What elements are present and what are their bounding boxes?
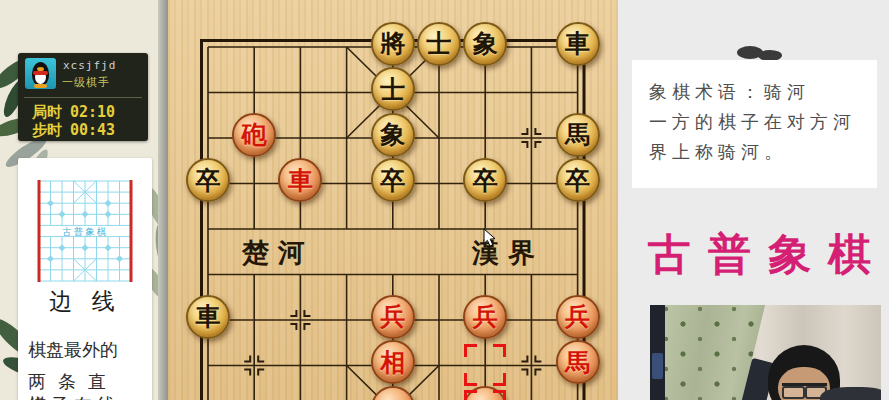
right-sidebar: 象棋术语：骑河 一方的棋子在对方河 界上称骑河。 古普象棋 <box>618 0 889 400</box>
piece-black-chariot[interactable]: 車 <box>556 22 600 66</box>
piece-black-soldier[interactable]: 卒 <box>556 158 600 202</box>
player-username: xcsjfjd <box>63 59 116 72</box>
mini-board-diagram: 古普象棋 <box>33 176 137 286</box>
term-definition-box: 象棋术语：骑河 一方的棋子在对方河 界上称骑河。 <box>632 60 877 188</box>
screenshot-root: xcsjfjd 一级棋手 局时 02:10 步时 00:43 <box>0 0 889 400</box>
piece-red-soldier[interactable]: 兵 <box>463 295 507 339</box>
piece-black-horse[interactable]: 馬 <box>556 113 600 157</box>
piece-black-soldier[interactable]: 卒 <box>463 158 507 202</box>
piece-glyph: 卒 <box>196 168 221 193</box>
game-timer-value: 02:10 <box>70 103 115 122</box>
player-rank: 一级棋手 <box>62 75 110 90</box>
piece-red-elephant[interactable]: 相 <box>371 340 415 384</box>
lesson-text-line: 棋子在线上 <box>28 393 142 400</box>
piece-black-elephant[interactable]: 象 <box>371 113 415 157</box>
piece-glyph: 卒 <box>473 168 498 193</box>
piece-black-soldier[interactable]: 卒 <box>371 158 415 202</box>
move-timer: 步时 00:43 <box>32 121 115 140</box>
piece-red-chariot[interactable]: 車 <box>278 158 322 202</box>
move-timer-label: 步时 <box>32 121 62 140</box>
piece-black-elephant[interactable]: 象 <box>463 22 507 66</box>
lesson-title: 边 线 <box>18 286 152 317</box>
piece-glyph: 車 <box>565 31 590 56</box>
game-timer: 局时 02:10 <box>32 103 115 122</box>
piece-black-advisor[interactable]: 士 <box>371 67 415 111</box>
piece-glyph: 相 <box>380 350 405 375</box>
last-move-marker <box>464 344 506 386</box>
piece-glyph: 馬 <box>565 350 590 375</box>
player-info-panel: xcsjfjd 一级棋手 局时 02:10 步时 00:43 <box>18 53 148 141</box>
piece-glyph: 士 <box>427 31 452 56</box>
piece-black-soldier[interactable]: 卒 <box>186 158 230 202</box>
piece-black-general[interactable]: 將 <box>371 22 415 66</box>
piece-glyph: 車 <box>196 304 221 329</box>
lesson-card: 古普象棋 边 线 棋盘最外的 两条直线 棋子在线上 <box>18 158 152 400</box>
piece-red-cannon[interactable]: 砲 <box>232 113 276 157</box>
piece-glyph: 卒 <box>565 168 590 193</box>
piece-glyph: 兵 <box>565 304 590 329</box>
piece-glyph: 砲 <box>242 122 267 147</box>
shelf-object <box>652 353 663 379</box>
last-move-marker <box>464 390 506 400</box>
piece-glyph: 兵 <box>473 304 498 329</box>
lesson-text-line: 棋盘最外的 <box>28 338 142 362</box>
piece-glyph: 卒 <box>380 168 405 193</box>
piece-glyph: 象 <box>473 31 498 56</box>
qq-penguin-avatar[interactable] <box>25 58 56 89</box>
left-sidebar: xcsjfjd 一级棋手 局时 02:10 步时 00:43 <box>0 0 168 400</box>
board-intersections[interactable]: 將士象車士砲象馬卒車卒卒卒車兵兵兵相馬 <box>185 24 601 400</box>
piece-red-soldier[interactable]: 兵 <box>556 295 600 339</box>
piece-glyph: 車 <box>288 168 313 193</box>
piece-black-advisor[interactable]: 士 <box>417 22 461 66</box>
piece-red-soldier[interactable]: 兵 <box>371 295 415 339</box>
term-text: 一方的棋子在对方河 <box>649 110 856 134</box>
channel-brand-text: 古普象棋 <box>648 226 888 284</box>
term-title: 象棋术语：骑河 <box>649 80 810 104</box>
term-text: 界上称骑河。 <box>649 140 787 164</box>
diagram-caption: 古普象棋 <box>62 226 108 237</box>
move-timer-value: 00:43 <box>70 121 115 140</box>
piece-glyph: 士 <box>380 77 405 102</box>
piece-glyph: 兵 <box>380 304 405 329</box>
panel-divider <box>24 97 142 98</box>
streamer-shoulder <box>820 387 881 400</box>
piece-glyph: 將 <box>380 31 405 56</box>
piece-red-horse[interactable]: 馬 <box>556 340 600 384</box>
mouse-cursor <box>483 228 499 248</box>
game-timer-label: 局时 <box>32 103 62 122</box>
piece-glyph: 馬 <box>565 122 590 147</box>
piece-black-chariot[interactable]: 車 <box>186 295 230 339</box>
column-divider <box>158 0 168 400</box>
xiangqi-board[interactable]: 楚河 漢界 將士象車士砲象馬卒車卒卒卒車兵兵兵相馬 <box>168 0 618 400</box>
webcam-video <box>650 305 881 400</box>
piece-glyph: 象 <box>380 122 405 147</box>
piece-red-partial[interactable] <box>371 386 415 400</box>
